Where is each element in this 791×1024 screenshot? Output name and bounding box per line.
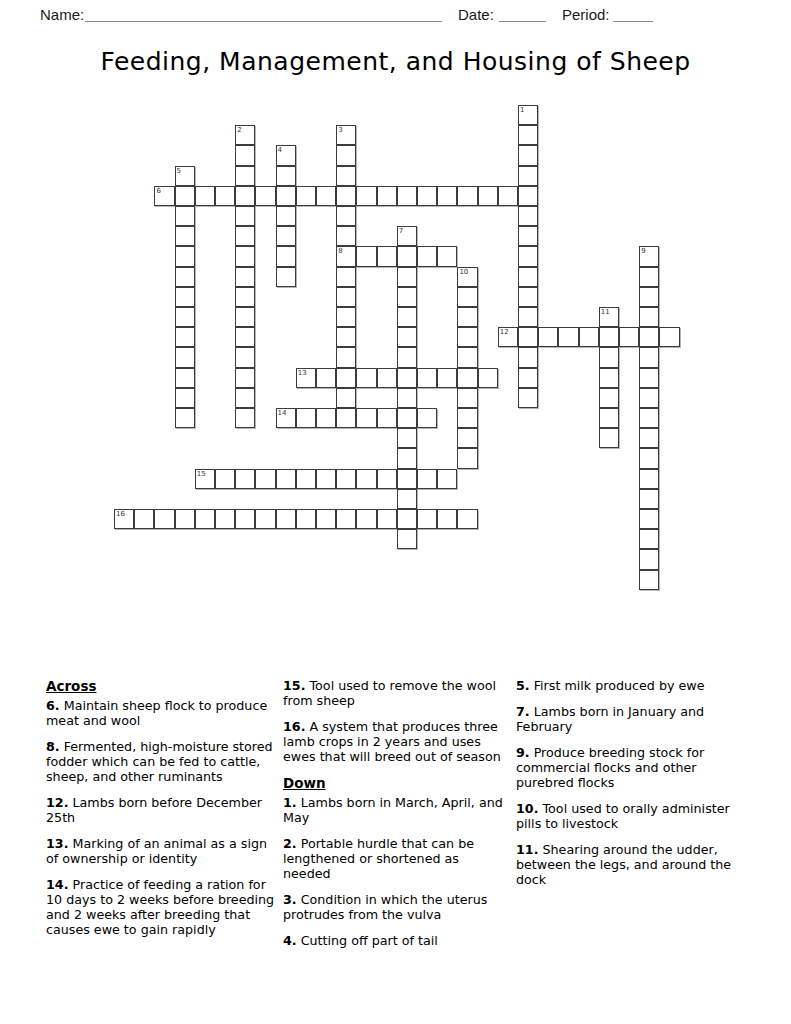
- grid-cell[interactable]: [316, 408, 336, 428]
- grid-cell[interactable]: [356, 408, 376, 428]
- grid-cell[interactable]: [639, 327, 659, 347]
- grid-cell[interactable]: [377, 408, 397, 428]
- grid-cell[interactable]: [397, 529, 417, 549]
- grid-cell[interactable]: [397, 246, 417, 266]
- grid-cell[interactable]: [336, 145, 356, 165]
- grid-cell[interactable]: 9: [639, 246, 659, 266]
- grid-cell[interactable]: [599, 388, 619, 408]
- grid-cell[interactable]: [336, 206, 356, 226]
- grid-cell[interactable]: [356, 246, 376, 266]
- grid-cell[interactable]: [639, 287, 659, 307]
- grid-cell[interactable]: [175, 246, 195, 266]
- grid-cell[interactable]: [235, 469, 255, 489]
- grid-cell[interactable]: [276, 186, 296, 206]
- grid-cell[interactable]: [639, 549, 659, 569]
- grid-cell[interactable]: [639, 388, 659, 408]
- grid-cell[interactable]: 8: [336, 246, 356, 266]
- grid-cell[interactable]: [478, 186, 498, 206]
- grid-cell[interactable]: 10: [457, 267, 477, 287]
- across-clue-13: 13. Marking of an animal as a sign of ow…: [46, 836, 276, 866]
- grid-cell[interactable]: [356, 368, 376, 388]
- grid-cell[interactable]: [175, 287, 195, 307]
- grid-cell[interactable]: [538, 327, 558, 347]
- down-clue-1: 1. Lambs born in March, April, and May: [283, 795, 509, 825]
- grid-cell[interactable]: [336, 408, 356, 428]
- down-clue-7: 7. Lambs born in January and February: [516, 704, 748, 734]
- grid-cell[interactable]: [276, 206, 296, 226]
- grid-cell[interactable]: [457, 388, 477, 408]
- grid-cell[interactable]: [599, 327, 619, 347]
- grid-cell[interactable]: [397, 287, 417, 307]
- clue-number: 6: [156, 187, 160, 195]
- grid-cell[interactable]: [235, 145, 255, 165]
- grid-cell[interactable]: [397, 388, 417, 408]
- puzzle-title: Feeding, Management, and Housing of Shee…: [0, 47, 791, 76]
- grid-cell[interactable]: [639, 529, 659, 549]
- grid-cell[interactable]: [336, 388, 356, 408]
- clue-number: 14: [278, 409, 287, 417]
- grid-cell[interactable]: [518, 166, 538, 186]
- clues-column-2: 15. Tool used to remove the wool from sh…: [283, 678, 509, 959]
- grid-cell[interactable]: [215, 186, 235, 206]
- name-label: Name:: [40, 6, 84, 23]
- grid-cell[interactable]: [457, 428, 477, 448]
- grid-cell[interactable]: [235, 368, 255, 388]
- grid-cell[interactable]: 14: [276, 408, 296, 428]
- grid-cell[interactable]: [639, 428, 659, 448]
- grid-cell[interactable]: [518, 267, 538, 287]
- date-blank-line[interactable]: [499, 8, 546, 22]
- down-clue-5: 5. First milk produced by ewe: [516, 678, 748, 693]
- grid-cell[interactable]: [296, 469, 316, 489]
- grid-cell[interactable]: 15: [195, 469, 215, 489]
- down-clue-4: 4. Cutting off part of tail: [283, 933, 509, 948]
- grid-cell[interactable]: [276, 166, 296, 186]
- grid-cell[interactable]: [417, 509, 437, 529]
- across-clue-8: 8. Fermented, high-moisture stored fodde…: [46, 739, 276, 784]
- down-header: Down: [283, 775, 509, 791]
- grid-cell[interactable]: [276, 267, 296, 287]
- across-clue-14: 14. Practice of feeding a ration for 10 …: [46, 877, 276, 937]
- grid-cell[interactable]: [296, 509, 316, 529]
- grid-cell[interactable]: [397, 186, 417, 206]
- down-clue-2: 2. Portable hurdle that can be lengthene…: [283, 836, 509, 881]
- grid-cell[interactable]: [518, 226, 538, 246]
- grid-cell[interactable]: [417, 368, 437, 388]
- grid-cell[interactable]: [457, 509, 477, 529]
- grid-cell[interactable]: [518, 307, 538, 327]
- grid-cell[interactable]: 5: [175, 166, 195, 186]
- across-clue-6: 6. Maintain sheep flock to produce meat …: [46, 698, 276, 728]
- grid-cell[interactable]: [518, 347, 538, 367]
- grid-cell[interactable]: 3: [336, 125, 356, 145]
- grid-cell[interactable]: [478, 368, 498, 388]
- grid-cell[interactable]: [175, 186, 195, 206]
- grid-cell[interactable]: [175, 226, 195, 246]
- grid-cell[interactable]: [457, 287, 477, 307]
- grid-cell[interactable]: [518, 327, 538, 347]
- clues-section: Across6. Maintain sheep flock to produce…: [46, 678, 758, 959]
- grid-cell[interactable]: [518, 145, 538, 165]
- grid-cell[interactable]: [397, 448, 417, 468]
- worksheet-page: Name: Date: Period: Feeding, Management,…: [0, 0, 791, 1024]
- grid-cell[interactable]: 7: [397, 226, 417, 246]
- grid-cell[interactable]: [235, 307, 255, 327]
- grid-cell[interactable]: [235, 509, 255, 529]
- grid-cell[interactable]: [316, 509, 336, 529]
- across-header: Across: [46, 678, 276, 694]
- grid-cell[interactable]: [255, 469, 275, 489]
- clue-number: 9: [641, 247, 645, 255]
- grid-cell[interactable]: [397, 408, 417, 428]
- clue-number: 16: [116, 510, 125, 518]
- grid-cell[interactable]: [175, 388, 195, 408]
- clue-number: 1: [520, 106, 524, 114]
- grid-cell[interactable]: [377, 509, 397, 529]
- grid-cell[interactable]: [255, 186, 275, 206]
- grid-cell[interactable]: [397, 347, 417, 367]
- grid-cell[interactable]: 16: [114, 509, 134, 529]
- clue-number: 15: [197, 470, 206, 478]
- clue-number: 3: [338, 126, 342, 134]
- grid-cell[interactable]: [235, 226, 255, 246]
- grid-cell[interactable]: [235, 166, 255, 186]
- grid-cell[interactable]: [599, 408, 619, 428]
- grid-cell[interactable]: [639, 489, 659, 509]
- grid-cell[interactable]: 11: [599, 307, 619, 327]
- grid-cell[interactable]: [336, 267, 356, 287]
- grid-cell[interactable]: [134, 509, 154, 529]
- grid-cell[interactable]: [316, 469, 336, 489]
- grid-cell[interactable]: [518, 287, 538, 307]
- grid-cell[interactable]: [518, 388, 538, 408]
- grid-cell[interactable]: [235, 287, 255, 307]
- grid-cell[interactable]: [336, 186, 356, 206]
- grid-cell[interactable]: [417, 186, 437, 206]
- grid-cell[interactable]: [397, 267, 417, 287]
- across-clue-12: 12. Lambs born before December 25th: [46, 795, 276, 825]
- grid-cell[interactable]: [195, 186, 215, 206]
- grid-cell[interactable]: [276, 246, 296, 266]
- grid-cell[interactable]: [215, 469, 235, 489]
- grid-cell[interactable]: [175, 267, 195, 287]
- grid-cell[interactable]: [518, 246, 538, 266]
- clue-number: 4: [278, 146, 282, 154]
- grid-cell[interactable]: [417, 246, 437, 266]
- grid-cell[interactable]: [518, 206, 538, 226]
- grid-cell[interactable]: [397, 469, 417, 489]
- grid-cell[interactable]: [579, 327, 599, 347]
- grid-cell[interactable]: 2: [235, 125, 255, 145]
- grid-cell[interactable]: [235, 186, 255, 206]
- grid-cell[interactable]: [296, 408, 316, 428]
- grid-cell[interactable]: [397, 368, 417, 388]
- grid-cell[interactable]: [599, 368, 619, 388]
- grid-cell[interactable]: [437, 368, 457, 388]
- grid-cell[interactable]: [175, 509, 195, 529]
- grid-cell[interactable]: [639, 347, 659, 367]
- grid-cell[interactable]: [619, 327, 639, 347]
- clue-number: 2: [237, 126, 241, 134]
- grid-cell[interactable]: [175, 307, 195, 327]
- grid-cell[interactable]: [175, 347, 195, 367]
- down-clue-10: 10. Tool used to orally administer pills…: [516, 801, 748, 831]
- grid-cell[interactable]: [195, 509, 215, 529]
- grid-cell[interactable]: [336, 469, 356, 489]
- grid-cell[interactable]: [599, 428, 619, 448]
- clues-column-1: Across6. Maintain sheep flock to produce…: [46, 678, 276, 959]
- grid-cell[interactable]: [639, 368, 659, 388]
- grid-cell[interactable]: [437, 186, 457, 206]
- grid-cell[interactable]: [336, 509, 356, 529]
- grid-cell[interactable]: [397, 489, 417, 509]
- grid-cell[interactable]: [154, 509, 174, 529]
- grid-cell[interactable]: [457, 347, 477, 367]
- grid-cell[interactable]: [558, 327, 578, 347]
- grid-cell[interactable]: [175, 206, 195, 226]
- down-clue-11: 11. Shearing around the udder, between t…: [516, 842, 748, 887]
- grid-cell[interactable]: [639, 408, 659, 428]
- grid-cell[interactable]: [397, 327, 417, 347]
- grid-cell[interactable]: [235, 388, 255, 408]
- period-blank-line[interactable]: [613, 8, 653, 22]
- across-clue-16: 16. A system that produces three lamb cr…: [283, 719, 509, 764]
- grid-cell[interactable]: 6: [154, 186, 174, 206]
- grid-cell[interactable]: [417, 408, 437, 428]
- period-label: Period:: [562, 6, 610, 23]
- grid-cell[interactable]: [336, 368, 356, 388]
- grid-cell[interactable]: [336, 307, 356, 327]
- grid-cell[interactable]: [457, 327, 477, 347]
- grid-cell[interactable]: [397, 509, 417, 529]
- clue-number: 7: [399, 227, 403, 235]
- grid-cell[interactable]: [235, 246, 255, 266]
- grid-cell[interactable]: [356, 469, 376, 489]
- grid-cell[interactable]: 13: [296, 368, 316, 388]
- grid-cell[interactable]: [639, 469, 659, 489]
- grid-cell[interactable]: [397, 428, 417, 448]
- grid-cell[interactable]: [639, 509, 659, 529]
- grid-cell[interactable]: [377, 186, 397, 206]
- grid-cell[interactable]: [518, 368, 538, 388]
- grid-cell[interactable]: [437, 469, 457, 489]
- grid-cell[interactable]: [639, 570, 659, 590]
- grid-cell[interactable]: [437, 509, 457, 529]
- grid-cell[interactable]: [417, 469, 437, 489]
- clue-number: 5: [177, 167, 181, 175]
- grid-cell[interactable]: [457, 186, 477, 206]
- grid-cell[interactable]: [235, 327, 255, 347]
- grid-cell[interactable]: [659, 327, 679, 347]
- grid-cell[interactable]: [457, 368, 477, 388]
- grid-cell[interactable]: [336, 327, 356, 347]
- grid-cell[interactable]: [518, 186, 538, 206]
- grid-cell[interactable]: 4: [276, 145, 296, 165]
- grid-cell[interactable]: [639, 307, 659, 327]
- grid-cell[interactable]: [215, 509, 235, 529]
- grid-cell[interactable]: [457, 448, 477, 468]
- across-clue-15: 15. Tool used to remove the wool from sh…: [283, 678, 509, 708]
- clue-number: 10: [459, 268, 468, 276]
- grid-cell[interactable]: [599, 347, 619, 367]
- crossword-grid[interactable]: 12345678910111213141516: [114, 105, 680, 590]
- grid-cell[interactable]: [316, 186, 336, 206]
- grid-cell[interactable]: [639, 267, 659, 287]
- grid-cell[interactable]: [356, 509, 376, 529]
- clue-number: 8: [338, 247, 342, 255]
- grid-cell[interactable]: [336, 226, 356, 246]
- grid-cell[interactable]: [296, 186, 316, 206]
- grid-cell[interactable]: [336, 166, 356, 186]
- grid-cell[interactable]: [336, 287, 356, 307]
- grid-cell[interactable]: [377, 368, 397, 388]
- grid-cell[interactable]: [397, 307, 417, 327]
- grid-cell[interactable]: [235, 206, 255, 226]
- grid-cell[interactable]: [498, 186, 518, 206]
- grid-cell[interactable]: [457, 408, 477, 428]
- grid-cell[interactable]: [437, 246, 457, 266]
- grid-cell[interactable]: [276, 226, 296, 246]
- grid-cell[interactable]: [377, 246, 397, 266]
- name-blank-line[interactable]: [85, 8, 442, 22]
- grid-cell[interactable]: [457, 307, 477, 327]
- down-clue-9: 9. Produce breeding stock for commercial…: [516, 745, 748, 790]
- grid-cell[interactable]: [518, 125, 538, 145]
- grid-cell[interactable]: 12: [498, 327, 518, 347]
- grid-cell[interactable]: [356, 186, 376, 206]
- grid-cell[interactable]: [175, 408, 195, 428]
- grid-cell[interactable]: [639, 448, 659, 468]
- grid-cell[interactable]: [175, 327, 195, 347]
- clues-column-3: 5. First milk produced by ewe7. Lambs bo…: [516, 678, 748, 959]
- grid-cell[interactable]: [235, 267, 255, 287]
- grid-cell[interactable]: [175, 368, 195, 388]
- clue-number: 12: [500, 328, 509, 336]
- grid-cell[interactable]: [336, 347, 356, 367]
- clue-number: 11: [601, 308, 610, 316]
- grid-cell[interactable]: [235, 347, 255, 367]
- grid-cell[interactable]: [255, 509, 275, 529]
- down-clue-3: 3. Condition in which the uterus protrud…: [283, 892, 509, 922]
- grid-cell[interactable]: [316, 368, 336, 388]
- grid-cell[interactable]: [276, 509, 296, 529]
- grid-cell[interactable]: [276, 469, 296, 489]
- grid-cell[interactable]: [235, 408, 255, 428]
- clue-number: 13: [298, 369, 307, 377]
- date-label: Date:: [458, 6, 494, 23]
- grid-cell[interactable]: [377, 469, 397, 489]
- grid-cell[interactable]: 1: [518, 105, 538, 125]
